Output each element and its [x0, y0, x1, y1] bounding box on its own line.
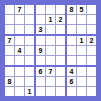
- cell-r4c9: 2: [87, 36, 96, 45]
- cell-r3c9[interactable]: [87, 25, 96, 34]
- cell-r7c7: 4: [67, 67, 76, 76]
- cell-r5c6[interactable]: [56, 46, 65, 55]
- cell-r5c1[interactable]: [5, 46, 14, 55]
- cell-r4c2[interactable]: [15, 36, 24, 45]
- cell-r6c5[interactable]: [46, 56, 55, 65]
- cell-r7c1[interactable]: [5, 67, 14, 76]
- cell-r6c7[interactable]: [67, 56, 76, 65]
- cell-r3c8[interactable]: [77, 25, 86, 34]
- cell-r5c5[interactable]: [46, 46, 55, 55]
- cell-r6c2[interactable]: [15, 56, 24, 65]
- cell-r1c3[interactable]: [25, 5, 34, 14]
- cell-r9c1[interactable]: [5, 87, 14, 96]
- cell-r8c7: 6: [67, 77, 76, 86]
- cell-r3c4: 3: [36, 25, 45, 34]
- cell-r2c6: 2: [56, 15, 65, 24]
- box-3: 85: [67, 5, 96, 34]
- cell-r9c6[interactable]: [56, 87, 65, 96]
- cell-r3c6[interactable]: [56, 25, 65, 34]
- cell-r4c8: 1: [77, 36, 86, 45]
- box-4: 74: [5, 36, 34, 65]
- cell-r1c2: 7: [15, 5, 24, 14]
- cell-r6c6[interactable]: [56, 56, 65, 65]
- cell-r7c5: 7: [46, 67, 55, 76]
- cell-r7c8[interactable]: [77, 67, 86, 76]
- cell-r4c4[interactable]: [36, 36, 45, 45]
- cell-r1c7: 8: [67, 5, 76, 14]
- cell-r8c6[interactable]: [56, 77, 65, 86]
- cell-r8c4[interactable]: [36, 77, 45, 86]
- cell-r9c2[interactable]: [15, 87, 24, 96]
- cell-r5c9[interactable]: [87, 46, 96, 55]
- cell-r9c7[interactable]: [67, 87, 76, 96]
- cell-r1c5[interactable]: [46, 5, 55, 14]
- cell-r7c3[interactable]: [25, 67, 34, 76]
- cell-r3c1[interactable]: [5, 25, 14, 34]
- cell-r9c5[interactable]: [46, 87, 55, 96]
- cell-r6c1[interactable]: [5, 56, 14, 65]
- cell-r3c2[interactable]: [15, 25, 24, 34]
- cell-r5c2: 4: [15, 46, 24, 55]
- cell-r3c3[interactable]: [25, 25, 34, 34]
- cell-r4c7[interactable]: [67, 36, 76, 45]
- cell-r8c5[interactable]: [46, 77, 55, 86]
- cell-r5c8[interactable]: [77, 46, 86, 55]
- cell-r7c6[interactable]: [56, 67, 65, 76]
- cell-r5c3[interactable]: [25, 46, 34, 55]
- cell-r9c3: 1: [25, 87, 34, 96]
- cell-r2c4[interactable]: [36, 15, 45, 24]
- cell-r1c1[interactable]: [5, 5, 14, 14]
- cell-r5c7[interactable]: [67, 46, 76, 55]
- cell-r8c8[interactable]: [77, 77, 86, 86]
- cell-r6c9[interactable]: [87, 56, 96, 65]
- box-8: 67: [36, 67, 65, 96]
- cell-r8c3[interactable]: [25, 77, 34, 86]
- cell-r2c1[interactable]: [5, 15, 14, 24]
- cell-r7c9[interactable]: [87, 67, 96, 76]
- cell-r2c9[interactable]: [87, 15, 96, 24]
- cell-r1c8: 5: [77, 5, 86, 14]
- cell-r9c9[interactable]: [87, 87, 96, 96]
- cell-r1c9[interactable]: [87, 5, 96, 14]
- cell-r8c9[interactable]: [87, 77, 96, 86]
- cell-r6c4[interactable]: [36, 56, 45, 65]
- cell-r9c4[interactable]: [36, 87, 45, 96]
- cell-r2c3[interactable]: [25, 15, 34, 24]
- cell-r5c4: 9: [36, 46, 45, 55]
- cell-r1c6[interactable]: [56, 5, 65, 14]
- box-9: 46: [67, 67, 96, 96]
- cell-r2c7[interactable]: [67, 15, 76, 24]
- box-6: 12: [67, 36, 96, 65]
- cell-r4c5[interactable]: [46, 36, 55, 45]
- cell-r2c5: 1: [46, 15, 55, 24]
- box-1: 7: [5, 5, 34, 34]
- cell-r8c1: 8: [5, 77, 14, 86]
- cell-r7c2[interactable]: [15, 67, 24, 76]
- box-5: 9: [36, 36, 65, 65]
- cell-r6c3[interactable]: [25, 56, 34, 65]
- cell-r7c4: 6: [36, 67, 45, 76]
- cell-r1c4[interactable]: [36, 5, 45, 14]
- cell-r4c1: 7: [5, 36, 14, 45]
- cell-r3c5[interactable]: [46, 25, 55, 34]
- cell-r6c8[interactable]: [77, 56, 86, 65]
- cell-r8c2[interactable]: [15, 77, 24, 86]
- box-7: 81: [5, 67, 34, 96]
- cell-r9c8[interactable]: [77, 87, 86, 96]
- cell-r2c8[interactable]: [77, 15, 86, 24]
- cell-r3c7[interactable]: [67, 25, 76, 34]
- sudoku-board: 71238574912816746: [0, 0, 101, 101]
- cell-r4c3[interactable]: [25, 36, 34, 45]
- box-2: 123: [36, 5, 65, 34]
- cell-r2c2[interactable]: [15, 15, 24, 24]
- cell-r4c6[interactable]: [56, 36, 65, 45]
